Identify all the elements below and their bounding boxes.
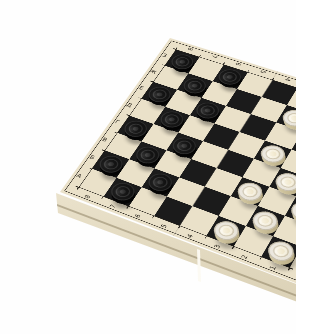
edge-tick — [260, 257, 262, 260]
rank-label-left: 3 — [213, 243, 222, 249]
edge-tick — [138, 97, 141, 98]
edge-tick — [102, 149, 105, 150]
photo-of-checkers-board: АА88ББ77ВВ66ГГ55ДД44ЕЕ33ЖЖ22ЗЗ11 — [0, 0, 334, 334]
rank-label-left: 7 — [108, 204, 116, 209]
file-label-top: В — [101, 137, 108, 143]
edge-tick — [232, 246, 234, 249]
edge-tick — [152, 216, 154, 218]
file-label-top: Ж — [148, 69, 157, 75]
edge-tick — [205, 236, 207, 239]
edge-tick — [288, 268, 290, 271]
edge-tick — [126, 114, 129, 115]
file-label-top: Д — [126, 102, 134, 108]
edge-tick — [173, 48, 176, 49]
rank-label-right: 4 — [284, 77, 292, 82]
edge-tick — [126, 206, 128, 208]
rank-label-right: 5 — [259, 70, 267, 75]
edge-tick — [101, 197, 103, 199]
rank-label-left: 6 — [134, 213, 142, 219]
rank-label-left: 2 — [240, 254, 249, 260]
photo-white-margin — [296, 0, 334, 334]
edge-tick — [162, 64, 165, 65]
rank-label-left: 8 — [83, 194, 91, 199]
rank-label-left: 5 — [159, 223, 167, 229]
rank-label-right: 7 — [210, 54, 218, 58]
edge-tick — [77, 187, 79, 189]
file-label-top: З — [161, 53, 168, 58]
edge-tick — [89, 168, 92, 170]
edge-tick — [114, 132, 117, 133]
file-label-top: Г — [114, 119, 121, 125]
file-label-top: А — [75, 173, 82, 179]
rank-label-left: 4 — [186, 233, 195, 239]
edge-tick — [150, 81, 153, 82]
rank-label-right: 6 — [234, 62, 242, 66]
rank-label-right: 8 — [187, 47, 195, 51]
checkers-board: АА88ББ77ВВ66ГГ55ДД44ЕЕ33ЖЖ22ЗЗ11 — [60, 38, 334, 284]
file-label-top: Б — [88, 155, 95, 161]
rank-label-left: 1 — [268, 265, 277, 271]
file-label-top: Е — [138, 86, 145, 91]
edge-tick — [178, 226, 180, 229]
